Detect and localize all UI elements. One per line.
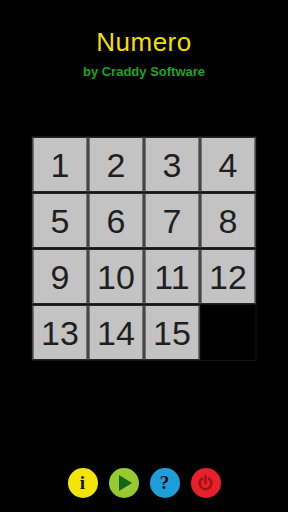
- tile-7[interactable]: 7: [145, 193, 200, 248]
- toolbar: i?: [0, 468, 288, 498]
- tile-15[interactable]: 15: [145, 305, 200, 360]
- tile-11[interactable]: 11: [145, 249, 200, 304]
- tile-3[interactable]: 3: [145, 137, 200, 192]
- info-icon: i: [80, 473, 85, 493]
- tile-9[interactable]: 9: [33, 249, 88, 304]
- app-title: Numero: [0, 27, 288, 58]
- help-icon: ?: [160, 473, 170, 493]
- play-button[interactable]: [109, 468, 139, 498]
- empty-cell: [201, 305, 256, 360]
- help-button[interactable]: ?: [150, 468, 180, 498]
- tile-12[interactable]: 12: [201, 249, 256, 304]
- tile-10[interactable]: 10: [89, 249, 144, 304]
- tile-1[interactable]: 1: [33, 137, 88, 192]
- tile-8[interactable]: 8: [201, 193, 256, 248]
- board: 123456789101112131415: [32, 136, 257, 361]
- tile-2[interactable]: 2: [89, 137, 144, 192]
- power-icon: [196, 474, 215, 493]
- play-icon: [119, 475, 132, 491]
- info-button[interactable]: i: [68, 468, 98, 498]
- tile-13[interactable]: 13: [33, 305, 88, 360]
- power-button[interactable]: [191, 468, 221, 498]
- app-subtitle: by Craddy Software: [0, 64, 288, 79]
- tile-4[interactable]: 4: [201, 137, 256, 192]
- tile-6[interactable]: 6: [89, 193, 144, 248]
- tile-14[interactable]: 14: [89, 305, 144, 360]
- app-screen: Numero by Craddy Software 12345678910111…: [0, 0, 288, 512]
- tile-5[interactable]: 5: [33, 193, 88, 248]
